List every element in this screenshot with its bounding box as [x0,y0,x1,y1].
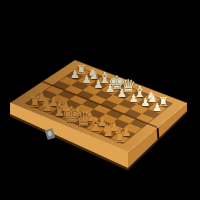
product-photo-scene: ♜♞♝♛♚♝♞♜♟♟♟♟♟♟♟♟♟♟♟♟♟♟♟♟♜♞♝♛♚♝♞♜ [0,0,200,200]
chess-board [0,0,200,200]
fold-slit [158,128,159,140]
